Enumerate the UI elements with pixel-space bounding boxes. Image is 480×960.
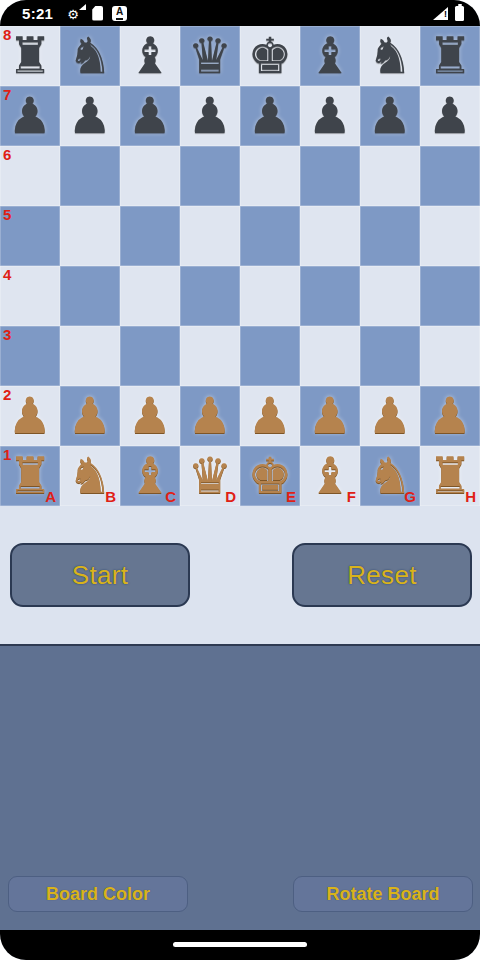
- square-c6[interactable]: [120, 146, 180, 206]
- app-screen: 5:21 ⚙ A ! 8♜♞♝♛♚♝♞♜7♟♟♟♟♟♟♟♟65432♟♟♟♟♟♟…: [0, 0, 480, 960]
- square-b2[interactable]: ♟: [60, 386, 120, 446]
- rank-label-3: 3: [3, 327, 11, 342]
- rank-label-2: 2: [3, 387, 11, 402]
- square-g8[interactable]: ♞: [360, 26, 420, 86]
- start-button-label: Start: [72, 560, 128, 591]
- rank-label-5: 5: [3, 207, 11, 222]
- square-a7[interactable]: 7♟: [0, 86, 60, 146]
- black-pawn-icon: ♟: [248, 87, 293, 145]
- rank-label-6: 6: [3, 147, 11, 162]
- file-label-C: C: [165, 489, 176, 504]
- square-d1[interactable]: D♛: [180, 446, 240, 506]
- black-pawn-icon: ♟: [428, 87, 473, 145]
- rank-label-7: 7: [3, 87, 11, 102]
- white-pawn-icon: ♟: [128, 387, 173, 445]
- square-f5[interactable]: [300, 206, 360, 266]
- black-bishop-icon: ♝: [308, 27, 353, 85]
- file-label-D: D: [225, 489, 236, 504]
- square-e8[interactable]: ♚: [240, 26, 300, 86]
- square-e3[interactable]: [240, 326, 300, 386]
- square-c1[interactable]: C♝: [120, 446, 180, 506]
- start-button[interactable]: Start: [10, 543, 190, 607]
- square-e5[interactable]: [240, 206, 300, 266]
- black-knight-icon: ♞: [68, 27, 113, 85]
- black-queen-icon: ♛: [188, 27, 233, 85]
- square-e2[interactable]: ♟: [240, 386, 300, 446]
- file-label-H: H: [465, 489, 476, 504]
- square-d6[interactable]: [180, 146, 240, 206]
- square-b4[interactable]: [60, 266, 120, 326]
- file-label-E: E: [286, 489, 296, 504]
- square-c3[interactable]: [120, 326, 180, 386]
- square-f8[interactable]: ♝: [300, 26, 360, 86]
- black-pawn-icon: ♟: [8, 87, 53, 145]
- white-pawn-icon: ♟: [368, 387, 413, 445]
- reset-button[interactable]: Reset: [292, 543, 472, 607]
- square-e4[interactable]: [240, 266, 300, 326]
- square-h4[interactable]: [420, 266, 480, 326]
- black-pawn-icon: ♟: [68, 87, 113, 145]
- square-e1[interactable]: E♚: [240, 446, 300, 506]
- chess-board: 8♜♞♝♛♚♝♞♜7♟♟♟♟♟♟♟♟65432♟♟♟♟♟♟♟♟1A♜B♞C♝D♛…: [0, 26, 480, 506]
- square-f4[interactable]: [300, 266, 360, 326]
- square-b5[interactable]: [60, 206, 120, 266]
- square-f2[interactable]: ♟: [300, 386, 360, 446]
- square-h1[interactable]: H♜: [420, 446, 480, 506]
- settings-gear-icon: ⚙: [67, 5, 83, 21]
- square-a8[interactable]: 8♜: [0, 26, 60, 86]
- white-pawn-icon: ♟: [308, 387, 353, 445]
- battery-icon: [455, 6, 464, 21]
- square-c7[interactable]: ♟: [120, 86, 180, 146]
- board-color-button-label: Board Color: [46, 884, 150, 905]
- square-d8[interactable]: ♛: [180, 26, 240, 86]
- square-h6[interactable]: [420, 146, 480, 206]
- square-b3[interactable]: [60, 326, 120, 386]
- rotate-board-button-label: Rotate Board: [326, 884, 439, 905]
- square-g6[interactable]: [360, 146, 420, 206]
- square-g7[interactable]: ♟: [360, 86, 420, 146]
- square-e7[interactable]: ♟: [240, 86, 300, 146]
- square-f1[interactable]: F♝: [300, 446, 360, 506]
- clock: 5:21: [22, 5, 53, 22]
- square-b8[interactable]: ♞: [60, 26, 120, 86]
- file-label-B: B: [105, 489, 116, 504]
- status-bar: 5:21 ⚙ A !: [0, 0, 480, 26]
- navigation-bar: [0, 930, 480, 960]
- black-king-icon: ♚: [248, 27, 293, 85]
- file-label-F: F: [347, 489, 356, 504]
- keyboard-language-icon: A: [112, 6, 127, 21]
- square-f6[interactable]: [300, 146, 360, 206]
- reset-button-label: Reset: [347, 560, 416, 591]
- square-c5[interactable]: [120, 206, 180, 266]
- file-label-G: G: [404, 489, 416, 504]
- square-h8[interactable]: ♜: [420, 26, 480, 86]
- square-a5[interactable]: 5: [0, 206, 60, 266]
- square-b1[interactable]: B♞: [60, 446, 120, 506]
- square-d5[interactable]: [180, 206, 240, 266]
- square-b6[interactable]: [60, 146, 120, 206]
- square-h2[interactable]: ♟: [420, 386, 480, 446]
- sim-card-icon: [92, 6, 103, 21]
- square-h3[interactable]: [420, 326, 480, 386]
- black-rook-icon: ♜: [428, 27, 473, 85]
- square-a1[interactable]: 1A♜: [0, 446, 60, 506]
- square-d3[interactable]: [180, 326, 240, 386]
- square-c4[interactable]: [120, 266, 180, 326]
- controls-row: Start Reset: [0, 506, 480, 644]
- square-g3[interactable]: [360, 326, 420, 386]
- white-pawn-icon: ♟: [428, 387, 473, 445]
- square-a2[interactable]: 2♟: [0, 386, 60, 446]
- white-pawn-icon: ♟: [68, 387, 113, 445]
- white-pawn-icon: ♟: [188, 387, 233, 445]
- square-g2[interactable]: ♟: [360, 386, 420, 446]
- square-b7[interactable]: ♟: [60, 86, 120, 146]
- square-a4[interactable]: 4: [0, 266, 60, 326]
- black-pawn-icon: ♟: [188, 87, 233, 145]
- square-g5[interactable]: [360, 206, 420, 266]
- square-d2[interactable]: ♟: [180, 386, 240, 446]
- square-a6[interactable]: 6: [0, 146, 60, 206]
- square-g4[interactable]: [360, 266, 420, 326]
- square-d7[interactable]: ♟: [180, 86, 240, 146]
- square-g1[interactable]: G♞: [360, 446, 420, 506]
- square-c2[interactable]: ♟: [120, 386, 180, 446]
- square-f3[interactable]: [300, 326, 360, 386]
- black-bishop-icon: ♝: [128, 27, 173, 85]
- rotate-board-button[interactable]: Rotate Board: [293, 876, 473, 912]
- rank-label-1: 1: [3, 447, 11, 462]
- rank-label-4: 4: [3, 267, 11, 282]
- status-left-icons: ⚙ A: [67, 5, 127, 21]
- square-h7[interactable]: ♟: [420, 86, 480, 146]
- white-bishop-icon: ♝: [308, 447, 353, 505]
- square-a3[interactable]: 3: [0, 326, 60, 386]
- data-saver-triangle-icon: [79, 4, 86, 10]
- square-d4[interactable]: [180, 266, 240, 326]
- file-label-A: A: [45, 489, 56, 504]
- rank-label-8: 8: [3, 27, 11, 42]
- black-knight-icon: ♞: [368, 27, 413, 85]
- board-color-button[interactable]: Board Color: [8, 876, 188, 912]
- square-e6[interactable]: [240, 146, 300, 206]
- black-pawn-icon: ♟: [308, 87, 353, 145]
- signal-alert-icon: !: [433, 7, 448, 20]
- white-pawn-icon: ♟: [8, 387, 53, 445]
- white-pawn-icon: ♟: [248, 387, 293, 445]
- black-pawn-icon: ♟: [128, 87, 173, 145]
- home-indicator[interactable]: [173, 942, 307, 947]
- black-rook-icon: ♜: [8, 27, 53, 85]
- black-pawn-icon: ♟: [368, 87, 413, 145]
- square-f7[interactable]: ♟: [300, 86, 360, 146]
- square-c8[interactable]: ♝: [120, 26, 180, 86]
- status-right-icons: !: [433, 6, 464, 21]
- square-h5[interactable]: [420, 206, 480, 266]
- lower-panel: Board Color Rotate Board: [0, 644, 480, 930]
